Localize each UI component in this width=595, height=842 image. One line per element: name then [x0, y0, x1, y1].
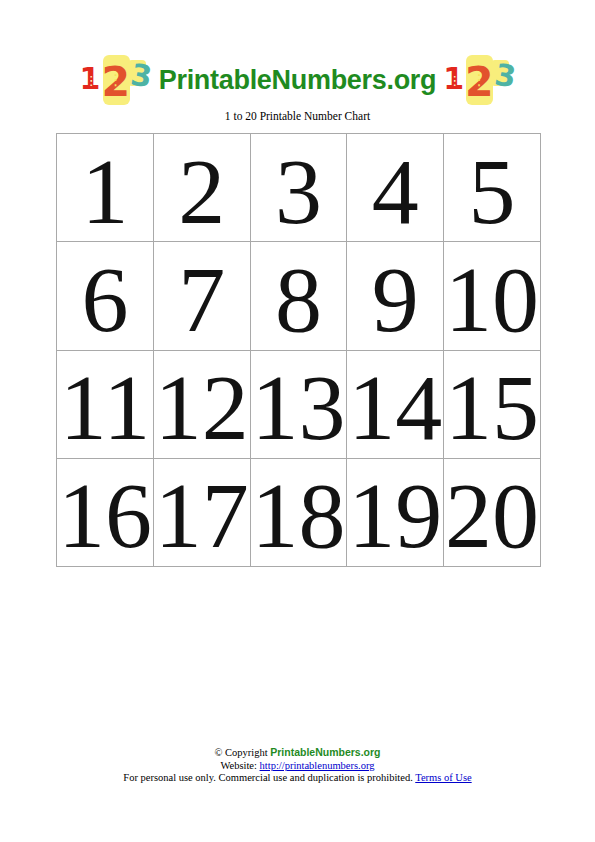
logo-digit-2: 2 — [101, 62, 130, 103]
footer-copyright-line: © Copyright PrintableNumbers.org — [0, 746, 595, 760]
number-grid: 1234567891011121314151617181920 — [56, 133, 541, 567]
number-cell-9: 9 — [346, 241, 443, 349]
number-cell-20: 20 — [443, 458, 540, 566]
terms-of-use-link[interactable]: Terms of Use — [415, 772, 471, 783]
brand-title: PrintableNumbers.org — [159, 65, 437, 96]
number-cell-2: 2 — [153, 133, 250, 241]
number-cell-10: 10 — [443, 241, 540, 349]
number-cell-11: 11 — [56, 350, 153, 458]
number-cell-14: 14 — [346, 350, 443, 458]
website-link[interactable]: http://printablenumbers.org — [260, 760, 375, 771]
number-cell-12: 12 — [153, 350, 250, 458]
number-cell-17: 17 — [153, 458, 250, 566]
number-cell-5: 5 — [443, 133, 540, 241]
chart-title: 1 to 20 Printable Number Chart — [0, 110, 595, 122]
website-label: Website: — [220, 760, 259, 771]
terms-text: For personal use only. Commercial use an… — [123, 772, 415, 783]
logo-123-right-icon: 1 2 3 — [449, 54, 509, 106]
page: 1 2 3 PrintableNumbers.org 1 2 3 1 to 20… — [0, 0, 595, 842]
header: 1 2 3 PrintableNumbers.org 1 2 3 — [0, 52, 595, 108]
number-cell-15: 15 — [443, 350, 540, 458]
number-cell-8: 8 — [250, 241, 347, 349]
number-cell-6: 6 — [56, 241, 153, 349]
logo-digit-2: 2 — [465, 62, 494, 103]
number-cell-3: 3 — [250, 133, 347, 241]
logo-digit-3: 3 — [492, 60, 517, 93]
logo-123-left-icon: 1 2 3 — [86, 54, 146, 106]
number-cell-18: 18 — [250, 458, 347, 566]
copyright-text: © Copyright — [214, 747, 270, 758]
logo-digit-1: 1 — [80, 64, 101, 94]
footer-website-line: Website: http://printablenumbers.org — [0, 760, 595, 773]
number-cell-1: 1 — [56, 133, 153, 241]
number-cell-13: 13 — [250, 350, 347, 458]
logo-digit-1: 1 — [443, 64, 464, 94]
number-cell-7: 7 — [153, 241, 250, 349]
number-cell-19: 19 — [346, 458, 443, 566]
footer: © Copyright PrintableNumbers.org Website… — [0, 746, 595, 785]
number-cell-16: 16 — [56, 458, 153, 566]
logo-digit-3: 3 — [129, 60, 154, 93]
footer-terms-line: For personal use only. Commercial use an… — [0, 772, 595, 785]
number-cell-4: 4 — [346, 133, 443, 241]
footer-brand: PrintableNumbers.org — [270, 746, 380, 758]
